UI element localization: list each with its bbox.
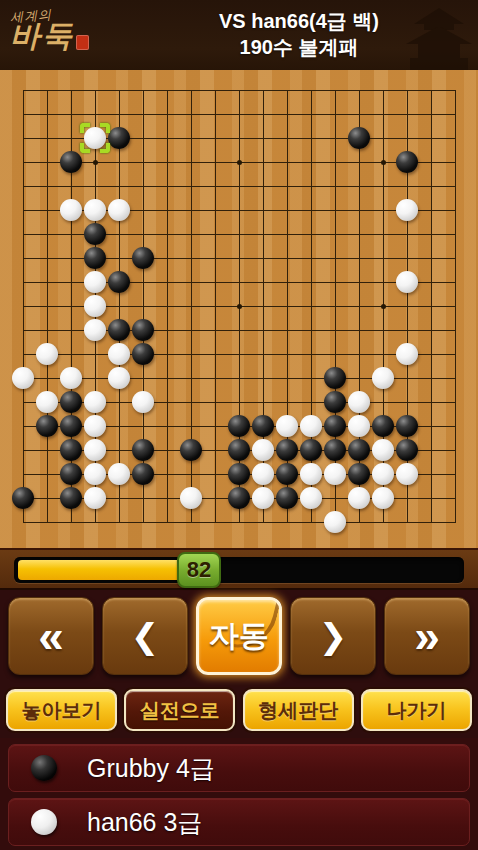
white-stone — [84, 295, 106, 317]
white-stone — [300, 487, 322, 509]
move-progress-track[interactable]: 82 — [14, 557, 464, 583]
black-stone — [348, 463, 370, 485]
black-stone — [132, 463, 154, 485]
black-stone — [132, 247, 154, 269]
black-stone — [36, 415, 58, 437]
score-estimate-button[interactable]: 형세판단 — [243, 689, 354, 731]
black-stone — [348, 439, 370, 461]
white-stone — [36, 391, 58, 413]
black-stone — [60, 151, 82, 173]
replay-nav-row: « ❮ 자동 ❯ » — [0, 590, 478, 682]
black-stone — [228, 415, 250, 437]
white-stone — [60, 199, 82, 221]
black-stone — [324, 391, 346, 413]
white-stone — [12, 367, 34, 389]
white-stone — [396, 463, 418, 485]
opponent-line: VS han66(4급 백) — [150, 8, 448, 34]
black-stone — [372, 415, 394, 437]
black-stone — [60, 415, 82, 437]
app-logo: 세계의 바둑 — [10, 8, 89, 51]
black-stone — [132, 319, 154, 341]
black-stone — [228, 487, 250, 509]
star-point — [237, 304, 242, 309]
black-stone — [348, 127, 370, 149]
white-stone — [84, 439, 106, 461]
black-stone — [276, 463, 298, 485]
white-stone — [84, 199, 106, 221]
black-stone — [324, 439, 346, 461]
white-stone — [324, 463, 346, 485]
back-to-game-button[interactable]: 실전으로 — [124, 689, 235, 731]
white-stone — [372, 367, 394, 389]
black-stone — [108, 319, 130, 341]
white-stone — [60, 367, 82, 389]
white-stone — [300, 463, 322, 485]
black-player-row[interactable]: Grubby 4급 — [8, 744, 470, 792]
black-stone — [324, 415, 346, 437]
black-stone — [324, 367, 346, 389]
white-stone — [108, 367, 130, 389]
white-stone — [84, 463, 106, 485]
black-stone — [396, 151, 418, 173]
black-stone — [396, 439, 418, 461]
black-stone — [396, 415, 418, 437]
black-stone — [300, 439, 322, 461]
white-stone — [84, 391, 106, 413]
white-stone — [396, 199, 418, 221]
black-stone — [60, 463, 82, 485]
white-stone — [108, 463, 130, 485]
white-stone — [324, 511, 346, 533]
white-stone — [396, 343, 418, 365]
move-progress-strip: 82 — [0, 550, 478, 590]
black-stone — [108, 127, 130, 149]
black-stone — [132, 343, 154, 365]
star-point — [381, 160, 386, 165]
white-stone — [36, 343, 58, 365]
black-stone — [60, 391, 82, 413]
black-stone-icon — [31, 755, 57, 781]
black-stone — [60, 487, 82, 509]
black-stone — [180, 439, 202, 461]
star-point — [237, 160, 242, 165]
action-button-row: 놓아보기 실전으로 형세판단 나가기 — [0, 682, 478, 738]
black-stone — [60, 439, 82, 461]
header: 세계의 바둑 VS han66(4급 백) 190수 불계패 — [0, 0, 478, 70]
game-status: VS han66(4급 백) 190수 불계패 — [150, 8, 448, 60]
black-stone — [228, 439, 250, 461]
white-stone — [252, 439, 274, 461]
white-stone — [84, 415, 106, 437]
move-progress-thumb[interactable]: 82 — [177, 552, 221, 588]
white-stone — [300, 415, 322, 437]
try-moves-button[interactable]: 놓아보기 — [6, 689, 117, 731]
logo-seal-icon — [76, 35, 89, 50]
black-player-name: Grubby 4급 — [87, 752, 215, 785]
auto-play-button[interactable]: 자동 — [196, 597, 282, 675]
move-progress-fill — [18, 560, 189, 580]
white-stone-icon — [31, 809, 57, 835]
black-stone — [276, 487, 298, 509]
go-board[interactable] — [0, 70, 478, 550]
black-stone — [108, 271, 130, 293]
white-stone — [348, 487, 370, 509]
prev-move-button[interactable]: ❮ — [102, 597, 188, 675]
white-stone — [252, 463, 274, 485]
white-stone — [276, 415, 298, 437]
last-move-button[interactable]: » — [384, 597, 470, 675]
black-stone — [84, 223, 106, 245]
white-stone — [108, 199, 130, 221]
star-point — [381, 304, 386, 309]
exit-button[interactable]: 나가기 — [361, 689, 472, 731]
white-stone — [372, 487, 394, 509]
white-stone — [396, 271, 418, 293]
star-point — [93, 160, 98, 165]
white-stone — [132, 391, 154, 413]
white-player-name: han66 3급 — [87, 806, 202, 839]
black-stone — [132, 439, 154, 461]
player-list: Grubby 4급 han66 3급 — [0, 738, 478, 850]
white-stone — [84, 487, 106, 509]
last-move-marker — [80, 123, 110, 153]
white-player-row[interactable]: han66 3급 — [8, 798, 470, 846]
white-stone — [348, 391, 370, 413]
logo-small-text: 세계의 — [10, 5, 90, 23]
black-stone — [276, 439, 298, 461]
result-line: 190수 불계패 — [150, 34, 448, 60]
white-stone — [108, 343, 130, 365]
white-stone — [252, 487, 274, 509]
white-stone — [372, 439, 394, 461]
white-stone — [348, 415, 370, 437]
white-stone — [372, 463, 394, 485]
black-stone — [252, 415, 274, 437]
first-move-button[interactable]: « — [8, 597, 94, 675]
white-stone — [84, 271, 106, 293]
white-stone — [84, 319, 106, 341]
next-move-button[interactable]: ❯ — [290, 597, 376, 675]
black-stone — [228, 463, 250, 485]
black-stone — [84, 247, 106, 269]
white-stone — [180, 487, 202, 509]
black-stone — [12, 487, 34, 509]
baduk-app: 세계의 바둑 VS han66(4급 백) 190수 불계패 82 « — [0, 0, 478, 850]
